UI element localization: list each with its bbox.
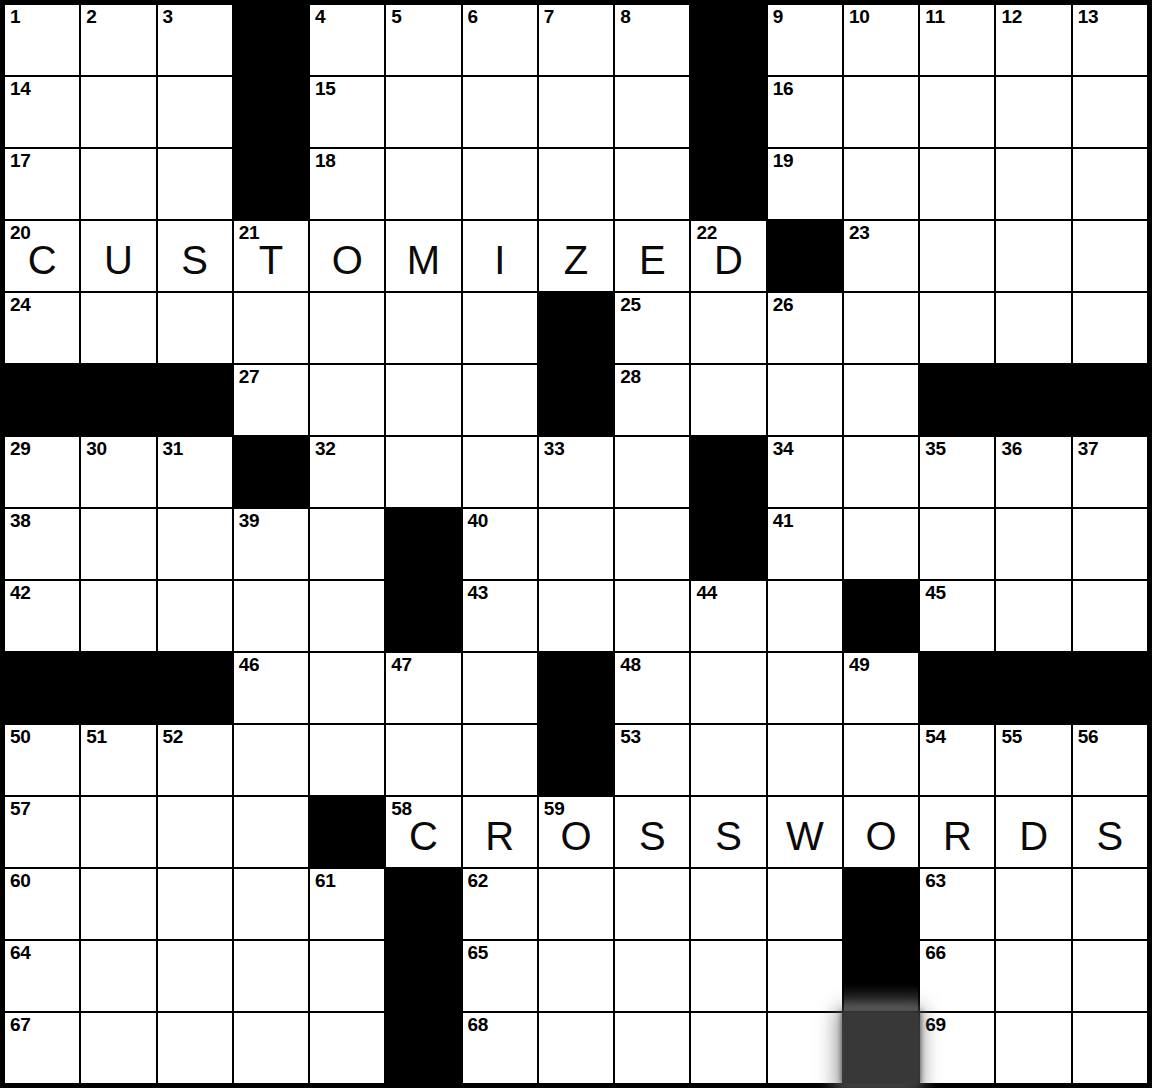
grid-cell[interactable]	[463, 437, 537, 507]
grid-cell[interactable]	[1073, 581, 1147, 651]
cell-letter: S	[181, 232, 208, 280]
clue-number: 7	[544, 6, 554, 28]
grid-cell[interactable]: O	[844, 797, 918, 867]
black-cell	[844, 869, 918, 939]
clue-number: 28	[620, 366, 641, 388]
grid-cell[interactable]	[81, 77, 155, 147]
clue-number: 56	[1078, 726, 1099, 748]
grid-cell[interactable]	[158, 797, 232, 867]
clue-number: 29	[10, 438, 31, 460]
black-cell	[539, 293, 613, 363]
grid-cell[interactable]	[920, 509, 994, 579]
clue-number: 48	[620, 654, 641, 676]
black-cell	[5, 653, 79, 723]
clue-number: 14	[10, 78, 31, 100]
grid-cell[interactable]	[310, 581, 384, 651]
cell-letter: S	[1097, 808, 1124, 856]
grid-cell[interactable]	[615, 869, 689, 939]
black-cell	[844, 581, 918, 651]
grid-cell[interactable]	[386, 77, 460, 147]
grid-cell[interactable]	[234, 1013, 308, 1083]
grid-cell[interactable]	[844, 365, 918, 435]
grid-cell[interactable]: 56	[1073, 725, 1147, 795]
clue-number: 37	[1078, 438, 1099, 460]
clue-number: 59	[544, 798, 565, 820]
clue-number: 34	[773, 438, 794, 460]
cell-letter: D	[714, 232, 743, 280]
grid-cell[interactable]: 47	[386, 653, 460, 723]
grid-cell[interactable]	[158, 941, 232, 1011]
grid-cell[interactable]	[768, 941, 842, 1011]
grid-cell[interactable]	[768, 653, 842, 723]
grid-cell[interactable]	[310, 941, 384, 1011]
clue-number: 51	[86, 726, 107, 748]
grid-cell[interactable]: 44	[691, 581, 765, 651]
grid-cell[interactable]	[996, 869, 1070, 939]
cell-letter: C	[28, 232, 57, 280]
clue-number: 39	[239, 510, 260, 532]
black-cell	[691, 5, 765, 75]
black-cell	[539, 653, 613, 723]
grid-cell[interactable]	[615, 1013, 689, 1083]
grid-cell[interactable]	[310, 293, 384, 363]
grid-cell[interactable]: 59O	[539, 797, 613, 867]
grid-cell[interactable]: 39	[234, 509, 308, 579]
grid-cell[interactable]	[1073, 149, 1147, 219]
cell-letter: U	[104, 232, 133, 280]
grid-cell[interactable]	[158, 869, 232, 939]
grid-cell[interactable]	[691, 365, 765, 435]
grid-cell[interactable]	[310, 725, 384, 795]
grid-cell[interactable]	[539, 1013, 613, 1083]
grid-cell[interactable]: 4	[310, 5, 384, 75]
grid-cell[interactable]	[234, 581, 308, 651]
clue-number: 65	[468, 942, 489, 964]
grid-cell[interactable]: 55	[996, 725, 1070, 795]
grid-cell[interactable]	[996, 221, 1070, 291]
grid-cell[interactable]	[615, 437, 689, 507]
grid-cell[interactable]: 62	[463, 869, 537, 939]
grid-cell[interactable]	[691, 1013, 765, 1083]
clue-number: 42	[10, 582, 31, 604]
grid-cell[interactable]	[463, 365, 537, 435]
grid-cell[interactable]	[844, 149, 918, 219]
grid-cell[interactable]	[920, 77, 994, 147]
grid-cell[interactable]: 57	[5, 797, 79, 867]
grid-cell[interactable]	[691, 869, 765, 939]
grid-cell[interactable]: D	[996, 797, 1070, 867]
black-cell	[386, 509, 460, 579]
cell-letter: D	[1019, 808, 1048, 856]
grid-cell[interactable]: 64	[5, 941, 79, 1011]
grid-cell[interactable]	[386, 437, 460, 507]
black-cell	[234, 437, 308, 507]
grid-cell[interactable]: 61	[310, 869, 384, 939]
cell-letter: S	[715, 808, 742, 856]
grid-cell[interactable]	[158, 581, 232, 651]
clue-number: 53	[620, 726, 641, 748]
clue-number: 16	[773, 78, 794, 100]
clue-number: 13	[1078, 6, 1099, 28]
grid-cell[interactable]: 33	[539, 437, 613, 507]
grid-cell[interactable]	[615, 77, 689, 147]
grid-cell[interactable]: 27	[234, 365, 308, 435]
grid-cell[interactable]	[81, 797, 155, 867]
clue-number: 32	[315, 438, 336, 460]
cell-letter: O	[865, 808, 896, 856]
grid-cell[interactable]: 31	[158, 437, 232, 507]
grid-cell[interactable]	[996, 149, 1070, 219]
grid-cell[interactable]: 32	[310, 437, 384, 507]
grid-cell[interactable]: 17	[5, 149, 79, 219]
grid-cell[interactable]: 5	[386, 5, 460, 75]
clue-number: 27	[239, 366, 260, 388]
grid-cell[interactable]	[1073, 221, 1147, 291]
clue-number: 49	[849, 654, 870, 676]
grid-cell[interactable]: 20C	[5, 221, 79, 291]
grid-cell[interactable]: 49	[844, 653, 918, 723]
clue-number: 68	[468, 1014, 489, 1036]
grid-cell[interactable]	[844, 509, 918, 579]
black-cell	[768, 221, 842, 291]
grid-cell[interactable]	[996, 1013, 1070, 1083]
grid-cell[interactable]: S	[691, 797, 765, 867]
cell-letter: M	[407, 232, 440, 280]
grid-cell[interactable]	[386, 365, 460, 435]
clue-number: 55	[1001, 726, 1022, 748]
grid-cell[interactable]	[996, 77, 1070, 147]
grid-cell[interactable]	[844, 725, 918, 795]
cell-letter: I	[494, 232, 505, 280]
clue-number: 61	[315, 870, 336, 892]
clue-number: 1	[10, 6, 20, 28]
clue-number: 47	[391, 654, 412, 676]
black-cell	[1073, 653, 1147, 723]
grid-cell[interactable]: 69	[920, 1013, 994, 1083]
grid-cell[interactable]	[920, 149, 994, 219]
clue-number: 46	[239, 654, 260, 676]
cell-letter: O	[332, 232, 363, 280]
clue-number: 18	[315, 150, 336, 172]
grid-cell[interactable]: S	[158, 221, 232, 291]
grid-cell[interactable]: 19	[768, 149, 842, 219]
grid-cell[interactable]	[615, 941, 689, 1011]
grid-cell[interactable]	[1073, 869, 1147, 939]
black-cell	[996, 653, 1070, 723]
cell-letter: Z	[564, 232, 588, 280]
grid-cell[interactable]: 10	[844, 5, 918, 75]
grid-cell[interactable]	[81, 1013, 155, 1083]
grid-cell[interactable]	[463, 293, 537, 363]
grid-cell[interactable]	[996, 941, 1070, 1011]
grid-cell[interactable]: I	[463, 221, 537, 291]
black-cell	[996, 365, 1070, 435]
grid-cell[interactable]	[768, 581, 842, 651]
grid-cell[interactable]	[234, 797, 308, 867]
grid-cell[interactable]: 42	[5, 581, 79, 651]
grid-cell[interactable]	[920, 221, 994, 291]
black-cell	[386, 869, 460, 939]
grid-cell[interactable]	[615, 581, 689, 651]
black-cell	[386, 581, 460, 651]
grid-cell[interactable]: 22D	[691, 221, 765, 291]
grid-cell[interactable]: 16	[768, 77, 842, 147]
grid-cell[interactable]	[158, 149, 232, 219]
grid-cell[interactable]: 24	[5, 293, 79, 363]
grid-cell[interactable]	[310, 365, 384, 435]
clue-number: 69	[925, 1014, 946, 1036]
grid-cell[interactable]	[158, 1013, 232, 1083]
grid-cell[interactable]	[234, 293, 308, 363]
clue-number: 17	[10, 150, 31, 172]
clue-number: 21	[239, 222, 260, 244]
grid-cell[interactable]: 30	[81, 437, 155, 507]
grid-cell[interactable]	[1073, 1013, 1147, 1083]
grid-cell[interactable]	[386, 293, 460, 363]
grid-cell[interactable]: 52	[158, 725, 232, 795]
clue-number: 19	[773, 150, 794, 172]
clue-number: 38	[10, 510, 31, 532]
clue-number: 26	[773, 294, 794, 316]
clue-number: 63	[925, 870, 946, 892]
grid-cell[interactable]	[386, 725, 460, 795]
grid-cell[interactable]: 48	[615, 653, 689, 723]
black-cell	[539, 365, 613, 435]
grid-cell[interactable]	[310, 653, 384, 723]
grid-cell[interactable]	[996, 581, 1070, 651]
grid-cell[interactable]	[158, 509, 232, 579]
clue-number: 60	[10, 870, 31, 892]
grid-cell[interactable]: 15	[310, 77, 384, 147]
clue-number: 31	[163, 438, 184, 460]
grid-cell[interactable]: 63	[920, 869, 994, 939]
clue-number: 36	[1001, 438, 1022, 460]
clue-number: 33	[544, 438, 565, 460]
grid-cell[interactable]	[81, 941, 155, 1011]
cell-letter: O	[560, 808, 591, 856]
grid-cell[interactable]	[996, 293, 1070, 363]
grid-cell[interactable]: 2	[81, 5, 155, 75]
grid-cell[interactable]	[310, 509, 384, 579]
grid-cell[interactable]	[768, 365, 842, 435]
grid-cell[interactable]: 41	[768, 509, 842, 579]
black-cell	[920, 653, 994, 723]
black-cell	[691, 149, 765, 219]
grid-cell[interactable]	[81, 149, 155, 219]
grid-cell[interactable]: 34	[768, 437, 842, 507]
grid-cell[interactable]: 66	[920, 941, 994, 1011]
grid-cell[interactable]	[691, 653, 765, 723]
clue-number: 45	[925, 582, 946, 604]
grid-cell[interactable]	[844, 437, 918, 507]
grid-cell[interactable]: 25	[615, 293, 689, 363]
grid-cell[interactable]	[615, 509, 689, 579]
clue-number: 52	[163, 726, 184, 748]
black-cell	[691, 509, 765, 579]
clue-number: 43	[468, 582, 489, 604]
grid-cell[interactable]	[463, 77, 537, 147]
grid-cell[interactable]: 35	[920, 437, 994, 507]
grid-cell[interactable]: 68	[463, 1013, 537, 1083]
grid-cell[interactable]: 53	[615, 725, 689, 795]
grid-cell[interactable]	[1073, 77, 1147, 147]
clue-number: 64	[10, 942, 31, 964]
grid-cell[interactable]	[310, 1013, 384, 1083]
cell-letter: R	[943, 808, 972, 856]
grid-cell[interactable]	[463, 149, 537, 219]
clue-number: 22	[696, 222, 717, 244]
grid-cell[interactable]	[539, 77, 613, 147]
grid-cell[interactable]	[1073, 293, 1147, 363]
grid-cell[interactable]	[691, 941, 765, 1011]
grid-cell[interactable]: 18	[310, 149, 384, 219]
grid-cell[interactable]: 51	[81, 725, 155, 795]
clue-number: 58	[391, 798, 412, 820]
cell-letter: E	[639, 232, 666, 280]
grid-cell[interactable]	[1073, 941, 1147, 1011]
grid-cell[interactable]	[539, 941, 613, 1011]
clue-number: 23	[849, 222, 870, 244]
black-cell	[691, 437, 765, 507]
grid-cell[interactable]	[844, 77, 918, 147]
clue-number: 4	[315, 6, 325, 28]
clue-number: 24	[10, 294, 31, 316]
clue-number: 20	[10, 222, 31, 244]
grid-cell[interactable]: 40	[463, 509, 537, 579]
grid-cell[interactable]: S	[1073, 797, 1147, 867]
grid-cell[interactable]: 60	[5, 869, 79, 939]
grid-cell[interactable]: 43	[463, 581, 537, 651]
clue-number: 57	[10, 798, 31, 820]
black-cell	[81, 365, 155, 435]
grid-cell[interactable]	[768, 869, 842, 939]
clue-number: 41	[773, 510, 794, 532]
grid-cell[interactable]: 12	[996, 5, 1070, 75]
clue-number: 50	[10, 726, 31, 748]
black-cell	[1073, 365, 1147, 435]
black-cell	[386, 941, 460, 1011]
grid-cell[interactable]	[691, 293, 765, 363]
grid-cell[interactable]	[539, 581, 613, 651]
grid-cell[interactable]: R	[463, 797, 537, 867]
grid-cell[interactable]: 14	[5, 77, 79, 147]
grid-cell[interactable]: 54	[920, 725, 994, 795]
grid-cell[interactable]	[81, 509, 155, 579]
clue-number: 44	[696, 582, 717, 604]
grid-cell[interactable]	[691, 725, 765, 795]
grid-cell[interactable]	[463, 725, 537, 795]
black-cell	[5, 365, 79, 435]
grid-cell[interactable]	[81, 293, 155, 363]
grid-cell[interactable]: 21T	[234, 221, 308, 291]
clue-number: 10	[849, 6, 870, 28]
grid-cell[interactable]: S	[615, 797, 689, 867]
clue-number: 2	[86, 6, 96, 28]
clue-number: 5	[391, 6, 401, 28]
clue-number: 3	[163, 6, 173, 28]
grid-cell[interactable]	[996, 509, 1070, 579]
grid-cell[interactable]	[1073, 509, 1147, 579]
clue-number: 9	[773, 6, 783, 28]
grid-cell[interactable]: 36	[996, 437, 1070, 507]
grid-cell[interactable]: 37	[1073, 437, 1147, 507]
grid-cell[interactable]: 8	[615, 5, 689, 75]
black-cell	[81, 653, 155, 723]
grid-cell[interactable]	[234, 869, 308, 939]
grid-cell[interactable]: 26	[768, 293, 842, 363]
grid-cell[interactable]: 46	[234, 653, 308, 723]
grid-cell[interactable]: 13	[1073, 5, 1147, 75]
grid-cell[interactable]	[234, 725, 308, 795]
grid-cell[interactable]	[539, 509, 613, 579]
clue-number: 67	[10, 1014, 31, 1036]
cell-letter: R	[485, 808, 514, 856]
grid-cell[interactable]: 67	[5, 1013, 79, 1083]
black-cell	[234, 149, 308, 219]
grid-cell[interactable]	[158, 77, 232, 147]
grid-cell[interactable]: 29	[5, 437, 79, 507]
grid-cell[interactable]	[234, 941, 308, 1011]
crossword-grid: 1234567891011121314151617181920CUS21TOMI…	[0, 0, 1152, 1088]
grid-cell[interactable]: 7	[539, 5, 613, 75]
grid-cell[interactable]	[158, 293, 232, 363]
grid-cell[interactable]: 38	[5, 509, 79, 579]
grid-cell[interactable]	[844, 293, 918, 363]
grid-cell[interactable]: W	[768, 797, 842, 867]
grid-cell[interactable]: 6	[463, 5, 537, 75]
grid-cell[interactable]	[463, 653, 537, 723]
grid-cell[interactable]: 9	[768, 5, 842, 75]
grid-cell[interactable]: O	[310, 221, 384, 291]
clue-number: 12	[1001, 6, 1022, 28]
black-cell	[310, 797, 384, 867]
clue-number: 15	[315, 78, 336, 100]
grid-cell[interactable]	[768, 725, 842, 795]
cell-letter: T	[259, 232, 283, 280]
grid-cell[interactable]	[539, 149, 613, 219]
grid-cell[interactable]	[81, 581, 155, 651]
cell-letter: C	[409, 808, 438, 856]
grid-cell[interactable]: 65	[463, 941, 537, 1011]
clue-number: 25	[620, 294, 641, 316]
grid-cell[interactable]: 28	[615, 365, 689, 435]
grid-cell[interactable]: 11	[920, 5, 994, 75]
clue-number: 11	[925, 6, 945, 28]
grid-cell[interactable]	[386, 149, 460, 219]
grid-cell[interactable]: Z	[539, 221, 613, 291]
grid-cell[interactable]: 45	[920, 581, 994, 651]
grid-cell[interactable]	[615, 149, 689, 219]
grid-cell[interactable]: 23	[844, 221, 918, 291]
faded-black-cell	[844, 941, 918, 1011]
grid-cell[interactable]: 1	[5, 5, 79, 75]
grid-cell[interactable]: M	[386, 221, 460, 291]
grid-cell[interactable]: 3	[158, 5, 232, 75]
black-cell	[920, 365, 994, 435]
grid-cell[interactable]	[768, 1013, 842, 1083]
grid-cell[interactable]: 58C	[386, 797, 460, 867]
grid-cell[interactable]: R	[920, 797, 994, 867]
grid-cell[interactable]	[920, 293, 994, 363]
grid-cell[interactable]	[539, 869, 613, 939]
grid-cell[interactable]: 50	[5, 725, 79, 795]
clue-number: 30	[86, 438, 107, 460]
grid-cell[interactable]	[81, 869, 155, 939]
clue-number: 8	[620, 6, 630, 28]
grid-cell[interactable]: U	[81, 221, 155, 291]
clue-number: 54	[925, 726, 946, 748]
grid-cell[interactable]: E	[615, 221, 689, 291]
